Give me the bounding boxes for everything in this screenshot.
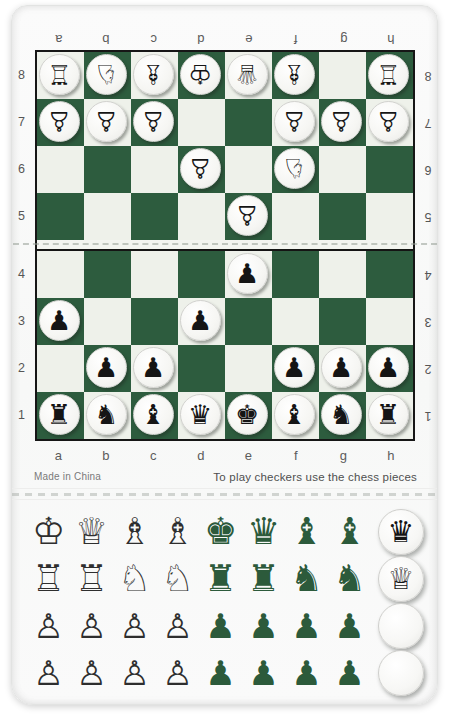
board-panel: abcdefgh 87654321 ♖♘♗♔♕♗♖♙♙♙♙♙♙♙♘♙ ♟♟♟♟♟… [12, 6, 437, 488]
piece-wP-f7[interactable]: ♙ [274, 101, 315, 142]
chess-piece-glyph: ♞ [329, 401, 353, 428]
piece-bP-b2[interactable]: ♟ [86, 347, 127, 388]
flap-piece-gP: ♟ [242, 609, 285, 643]
square-e3[interactable] [225, 298, 272, 345]
chess-piece-glyph: ♜ [47, 401, 71, 428]
flap-row-1: ♔♕♗♗♚♛♝♝ [12, 508, 437, 555]
square-e2[interactable] [225, 345, 272, 392]
piece-bN-g1[interactable]: ♞ [321, 394, 362, 435]
flap-piece-gB: ♝ [328, 513, 371, 550]
square-d5[interactable] [178, 193, 225, 240]
chess-piece-glyph: ♙ [141, 108, 165, 135]
rank-label-5: 5 [13, 193, 31, 240]
file-label-top-f: f [272, 30, 320, 48]
square-h5[interactable] [366, 193, 413, 240]
square-f5[interactable] [272, 193, 319, 240]
chess-piece-glyph: ♗ [282, 61, 306, 88]
board-upper-half: ♖♘♗♔♕♗♖♙♙♙♙♙♙♙♘♙ [37, 52, 413, 240]
file-label-top-d: d [177, 30, 225, 48]
piece-wK-d8[interactable]: ♔ [180, 54, 221, 95]
square-d4[interactable] [178, 251, 225, 298]
flap-piece-wR: ♖ [70, 560, 113, 597]
piece-wP-h7[interactable]: ♙ [368, 101, 409, 142]
file-label-bottom-e: e [225, 447, 273, 465]
flap-piece-gB: ♝ [285, 513, 328, 550]
flap-piece-gQ: ♛ [242, 513, 285, 550]
piece-wR-a8[interactable]: ♖ [39, 54, 80, 95]
square-e5[interactable]: ♙ [225, 193, 272, 240]
flap-piece-wK: ♔ [27, 513, 70, 550]
chess-piece-glyph: ♘ [282, 155, 306, 182]
rank-label-4: 4 [419, 251, 437, 298]
piece-bP-c2[interactable]: ♟ [133, 347, 174, 388]
flap-piece-wB: ♗ [156, 513, 199, 550]
flap-row-3: ♙♙♙♙♟♟♟♟ [12, 602, 437, 649]
square-a6[interactable] [37, 146, 84, 193]
square-d1[interactable]: ♛ [178, 392, 225, 439]
piece-wN-b8[interactable]: ♘ [86, 54, 127, 95]
chess-piece-glyph: ♞ [94, 401, 118, 428]
flap-piece-wP: ♙ [70, 609, 113, 643]
piece-wP-b7[interactable]: ♙ [86, 101, 127, 142]
chess-piece-glyph: ♚ [235, 401, 259, 428]
rank-labels-left: 87654321 [13, 52, 31, 439]
chess-piece-glyph: ♙ [47, 108, 71, 135]
square-e1[interactable]: ♚ [225, 392, 272, 439]
product-photo: abcdefgh 87654321 ♖♘♗♔♕♗♖♙♙♙♙♙♙♙♘♙ ♟♟♟♟♟… [0, 0, 449, 720]
chess-piece-glyph: ♙ [235, 202, 259, 229]
square-a1[interactable]: ♜ [37, 392, 84, 439]
chess-piece-glyph: ♝ [282, 401, 306, 428]
file-label-bottom-d: d [177, 447, 225, 465]
chess-piece-glyph: ♟ [141, 354, 165, 381]
flap-piece-wN: ♘ [156, 560, 199, 597]
square-a2[interactable] [37, 345, 84, 392]
square-f6[interactable]: ♘ [272, 146, 319, 193]
piece-bQ-d1[interactable]: ♛ [180, 394, 221, 435]
flap-piece-gK: ♚ [199, 513, 242, 550]
rank-label-2: 2 [13, 345, 31, 392]
rank-label-6: 6 [419, 146, 437, 193]
file-label-top-h: h [367, 30, 415, 48]
file-label-bottom-a: a [35, 447, 83, 465]
chess-piece-glyph: ♟ [376, 354, 400, 381]
piece-bP-f2[interactable]: ♟ [274, 347, 315, 388]
flap-piece-wP: ♙ [113, 609, 156, 643]
folding-chess-case: abcdefgh 87654321 ♖♘♗♔♕♗♖♙♙♙♙♙♙♙♘♙ ♟♟♟♟♟… [11, 5, 438, 705]
square-b7[interactable]: ♙ [84, 99, 131, 146]
square-f7[interactable]: ♙ [272, 99, 319, 146]
square-b8[interactable]: ♘ [84, 52, 131, 99]
chess-piece-glyph: ♖ [376, 61, 400, 88]
spare-disc-blank[interactable] [378, 603, 424, 649]
piece-wQ-e8[interactable]: ♕ [227, 54, 268, 95]
chess-piece-glyph: ♔ [188, 61, 212, 88]
chess-board: ♖♘♗♔♕♗♖♙♙♙♙♙♙♙♘♙ ♟♟♟♟♟♟♟♟♜♞♝♛♚♝♞♜ [35, 50, 415, 441]
piece-bP-a3[interactable]: ♟ [39, 300, 80, 341]
piece-bR-h1[interactable]: ♜ [368, 394, 409, 435]
flap-piece-gP: ♟ [285, 609, 328, 643]
flap-piece-wP: ♙ [156, 609, 199, 643]
rank-label-1: 1 [419, 392, 437, 439]
file-label-bottom-c: c [130, 447, 178, 465]
piece-wP-c7[interactable]: ♙ [133, 101, 174, 142]
square-d2[interactable] [178, 345, 225, 392]
file-label-bottom-f: f [272, 447, 320, 465]
board-wrap: 87654321 ♖♘♗♔♕♗♖♙♙♙♙♙♙♙♘♙ ♟♟♟♟♟♟♟♟♜♞♝♛♚♝… [35, 50, 415, 441]
square-f3[interactable] [272, 298, 319, 345]
square-g7[interactable]: ♙ [319, 99, 366, 146]
piece-wB-c8[interactable]: ♗ [133, 54, 174, 95]
square-a4[interactable] [37, 251, 84, 298]
flap-piece-wP: ♙ [27, 609, 70, 643]
piece-bP-d3[interactable]: ♟ [180, 300, 221, 341]
square-h6[interactable] [366, 146, 413, 193]
flap-piece-wQ: ♕ [70, 513, 113, 550]
checkers-note: To play checkers use the chess pieces [213, 471, 417, 483]
square-e4[interactable]: ♟ [225, 251, 272, 298]
file-labels-top: abcdefgh [35, 6, 415, 48]
chess-piece-glyph: ♙ [94, 108, 118, 135]
chess-piece-glyph: ♜ [376, 401, 400, 428]
square-c7[interactable]: ♙ [131, 99, 178, 146]
chess-piece-glyph: ♝ [141, 401, 165, 428]
square-a3[interactable]: ♟ [37, 298, 84, 345]
chess-piece-glyph: ♙ [376, 108, 400, 135]
piece-bB-c1[interactable]: ♝ [133, 394, 174, 435]
chess-piece-glyph: ♕ [388, 564, 415, 594]
spare-disc-wQ[interactable]: ♕ [378, 556, 424, 602]
chess-piece-glyph: ♟ [47, 307, 71, 334]
file-label-top-e: e [225, 30, 273, 48]
piece-wP-d6[interactable]: ♙ [180, 148, 221, 189]
flap-piece-gP: ♟ [328, 609, 371, 643]
square-d7[interactable] [178, 99, 225, 146]
square-h4[interactable] [366, 251, 413, 298]
flap-piece-wR: ♖ [27, 560, 70, 597]
rank-label-8: 8 [13, 52, 31, 99]
piece-bP-g2[interactable]: ♟ [321, 347, 362, 388]
rank-label-5: 5 [419, 193, 437, 240]
square-c3[interactable] [131, 298, 178, 345]
rank-labels-right: 87654321 [419, 52, 437, 439]
file-label-top-g: g [320, 30, 368, 48]
square-b4[interactable] [84, 251, 131, 298]
flap-piece-gP: ♟ [328, 656, 371, 690]
square-e8[interactable]: ♕ [225, 52, 272, 99]
flap-piece-wP: ♙ [27, 656, 70, 690]
chess-piece-glyph: ♟ [94, 354, 118, 381]
flap-row-2: ♖♖♘♘♜♜♞♞ [12, 555, 437, 602]
flap-piece-gR: ♜ [242, 560, 285, 597]
flap-piece-wP: ♙ [156, 656, 199, 690]
square-b6[interactable] [84, 146, 131, 193]
file-label-bottom-h: h [367, 447, 415, 465]
rank-label-8: 8 [419, 52, 437, 99]
chess-piece-glyph: ♟ [188, 307, 212, 334]
storage-flap: ♔♕♗♗♚♛♝♝♛♖♖♘♘♜♜♞♞♕♙♙♙♙♟♟♟♟♙♙♙♙♟♟♟♟ [12, 500, 437, 704]
chess-piece-glyph: ♖ [47, 61, 71, 88]
rank-label-2: 2 [419, 345, 437, 392]
square-h2[interactable]: ♟ [366, 345, 413, 392]
board-fold-crease [37, 240, 413, 251]
file-label-top-c: c [130, 30, 178, 48]
square-g8[interactable] [319, 52, 366, 99]
square-c8[interactable]: ♗ [131, 52, 178, 99]
piece-bR-a1[interactable]: ♜ [39, 394, 80, 435]
file-label-top-b: b [82, 30, 130, 48]
square-f4[interactable] [272, 251, 319, 298]
spare-disc-blank[interactable] [378, 650, 424, 696]
flap-piece-gP: ♟ [199, 609, 242, 643]
piece-wP-e5[interactable]: ♙ [227, 195, 268, 236]
piece-wP-a7[interactable]: ♙ [39, 101, 80, 142]
rank-label-1: 1 [13, 392, 31, 439]
flap-piece-wP: ♙ [113, 656, 156, 690]
fold-seam-stitching [12, 488, 437, 500]
file-label-top-a: a [35, 30, 83, 48]
flap-piece-gP: ♟ [242, 656, 285, 690]
square-b1[interactable]: ♞ [84, 392, 131, 439]
rank-label-7: 7 [419, 99, 437, 146]
square-d6[interactable]: ♙ [178, 146, 225, 193]
square-h8[interactable]: ♖ [366, 52, 413, 99]
square-a5[interactable] [37, 193, 84, 240]
square-g5[interactable] [319, 193, 366, 240]
square-h7[interactable]: ♙ [366, 99, 413, 146]
piece-bN-b1[interactable]: ♞ [86, 394, 127, 435]
piece-bP-e4[interactable]: ♟ [227, 253, 268, 294]
rank-label-4: 4 [13, 251, 31, 298]
file-label-bottom-b: b [82, 447, 130, 465]
made-in-label: Made in China [34, 471, 101, 482]
chess-piece-glyph: ♙ [282, 108, 306, 135]
chess-piece-glyph: ♟ [282, 354, 306, 381]
flap-piece-wB: ♗ [113, 513, 156, 550]
square-h3[interactable] [366, 298, 413, 345]
file-label-bottom-g: g [320, 447, 368, 465]
chess-piece-glyph: ♕ [235, 61, 259, 88]
square-d3[interactable]: ♟ [178, 298, 225, 345]
board-footnotes: Made in China To play checkers use the c… [12, 465, 437, 483]
square-g3[interactable] [319, 298, 366, 345]
square-c1[interactable]: ♝ [131, 392, 178, 439]
flap-piece-wN: ♘ [113, 560, 156, 597]
chess-piece-glyph: ♘ [94, 61, 118, 88]
square-d8[interactable]: ♔ [178, 52, 225, 99]
rank-label-6: 6 [13, 146, 31, 193]
flap-piece-gP: ♟ [199, 656, 242, 690]
flap-piece-gR: ♜ [199, 560, 242, 597]
flap-piece-gN: ♞ [285, 560, 328, 597]
chess-piece-glyph: ♛ [388, 517, 415, 547]
rank-label-3: 3 [13, 298, 31, 345]
chess-piece-glyph: ♙ [188, 155, 212, 182]
chess-piece-glyph: ♟ [235, 260, 259, 287]
piece-wB-f8[interactable]: ♗ [274, 54, 315, 95]
flap-row-4: ♙♙♙♙♟♟♟♟ [12, 649, 437, 696]
square-e7[interactable] [225, 99, 272, 146]
file-labels-bottom: abcdefgh [35, 447, 415, 465]
square-b3[interactable] [84, 298, 131, 345]
square-g4[interactable] [319, 251, 366, 298]
board-lower-half: ♟♟♟♟♟♟♟♟♜♞♝♛♚♝♞♜ [37, 251, 413, 439]
square-a7[interactable]: ♙ [37, 99, 84, 146]
square-a8[interactable]: ♖ [37, 52, 84, 99]
spare-disc-bQ[interactable]: ♛ [378, 509, 424, 555]
square-c5[interactable] [131, 193, 178, 240]
square-g1[interactable]: ♞ [319, 392, 366, 439]
piece-bB-f1[interactable]: ♝ [274, 394, 315, 435]
flap-piece-gN: ♞ [328, 560, 371, 597]
square-f1[interactable]: ♝ [272, 392, 319, 439]
square-c4[interactable] [131, 251, 178, 298]
rank-label-7: 7 [13, 99, 31, 146]
piece-bK-e1[interactable]: ♚ [227, 394, 268, 435]
square-h1[interactable]: ♜ [366, 392, 413, 439]
square-c6[interactable] [131, 146, 178, 193]
flap-piece-gP: ♟ [285, 656, 328, 690]
piece-wN-f6[interactable]: ♘ [274, 148, 315, 189]
square-f8[interactable]: ♗ [272, 52, 319, 99]
chess-piece-glyph: ♟ [329, 354, 353, 381]
square-g2[interactable]: ♟ [319, 345, 366, 392]
square-e6[interactable] [225, 146, 272, 193]
piece-wP-g7[interactable]: ♙ [321, 101, 362, 142]
piece-wR-h8[interactable]: ♖ [368, 54, 409, 95]
chess-piece-glyph: ♙ [329, 108, 353, 135]
square-c2[interactable]: ♟ [131, 345, 178, 392]
piece-bP-h2[interactable]: ♟ [368, 347, 409, 388]
square-b5[interactable] [84, 193, 131, 240]
square-g6[interactable] [319, 146, 366, 193]
chess-piece-glyph: ♗ [141, 61, 165, 88]
square-f2[interactable]: ♟ [272, 345, 319, 392]
square-b2[interactable]: ♟ [84, 345, 131, 392]
flap-piece-wP: ♙ [70, 656, 113, 690]
rank-label-3: 3 [419, 298, 437, 345]
chess-piece-glyph: ♛ [188, 401, 212, 428]
